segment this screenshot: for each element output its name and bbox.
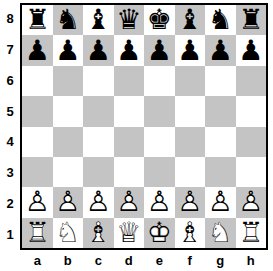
piece-white-pawn[interactable]: ♟♙ (238, 187, 263, 217)
square-b7[interactable]: ♟ (53, 35, 84, 65)
piece-black-king[interactable]: ♚ (147, 5, 172, 35)
square-b8[interactable]: ♞ (53, 5, 84, 35)
square-f8[interactable]: ♝ (175, 5, 206, 35)
file-label-h: h (236, 251, 267, 269)
file-label-a: a (22, 251, 53, 269)
rank-label-4: 4 (0, 127, 20, 158)
piece-white-knight[interactable]: ♞♘ (55, 218, 80, 248)
square-d5[interactable] (114, 96, 145, 126)
file-label-c: c (83, 251, 114, 269)
square-a7[interactable]: ♟ (22, 35, 53, 65)
piece-white-rook[interactable]: ♜♖ (25, 218, 50, 248)
piece-white-queen[interactable]: ♛♕ (116, 218, 141, 248)
piece-white-bishop-outline: ♗ (177, 216, 202, 249)
rank-label-5: 5 (0, 96, 20, 127)
square-f2[interactable]: ♟♙ (175, 187, 206, 217)
piece-white-king-outline: ♔ (147, 216, 172, 249)
square-b2[interactable]: ♟♙ (53, 187, 84, 217)
square-d1[interactable]: ♛♕ (114, 218, 145, 248)
square-f3[interactable] (175, 157, 206, 187)
piece-white-pawn-outline: ♙ (86, 185, 111, 218)
piece-white-bishop[interactable]: ♝♗ (86, 218, 111, 248)
square-f6[interactable] (175, 66, 206, 96)
square-g7[interactable]: ♟ (205, 35, 236, 65)
square-b1[interactable]: ♞♘ (53, 218, 84, 248)
piece-black-rook[interactable]: ♜ (238, 5, 263, 35)
rank-label-1: 1 (0, 219, 20, 250)
piece-white-knight-outline: ♘ (55, 216, 80, 249)
square-h2[interactable]: ♟♙ (236, 187, 267, 217)
piece-white-pawn[interactable]: ♟♙ (25, 187, 50, 217)
square-e6[interactable] (144, 66, 175, 96)
square-f5[interactable] (175, 96, 206, 126)
square-e7[interactable]: ♟ (144, 35, 175, 65)
square-f7[interactable]: ♟ (175, 35, 206, 65)
square-h6[interactable] (236, 66, 267, 96)
piece-white-bishop-outline: ♗ (86, 216, 111, 249)
file-labels: abcdefgh (22, 251, 266, 269)
piece-black-queen[interactable]: ♛ (116, 5, 141, 35)
piece-white-pawn-outline: ♙ (208, 185, 233, 218)
piece-white-pawn-outline: ♙ (147, 185, 172, 218)
square-c6[interactable] (83, 66, 114, 96)
board: ♜♞♝♛♚♝♞♜♟♟♟♟♟♟♟♟♟♙♟♙♟♙♟♙♟♙♟♙♟♙♟♙♜♖♞♘♝♗♛♕… (20, 3, 268, 250)
square-e3[interactable] (144, 157, 175, 187)
square-h3[interactable] (236, 157, 267, 187)
chess-diagram: 87654321 ♜♞♝♛♚♝♞♜♟♟♟♟♟♟♟♟♟♙♟♙♟♙♟♙♟♙♟♙♟♙♟… (0, 0, 273, 271)
file-label-f: f (175, 251, 206, 269)
rank-label-7: 7 (0, 34, 20, 65)
piece-white-pawn[interactable]: ♟♙ (177, 187, 202, 217)
piece-white-bishop[interactable]: ♝♗ (177, 218, 202, 248)
square-b6[interactable] (53, 66, 84, 96)
rank-label-8: 8 (0, 3, 20, 34)
square-e1[interactable]: ♚♔ (144, 218, 175, 248)
piece-black-pawn[interactable]: ♟ (25, 36, 50, 66)
rank-label-3: 3 (0, 157, 20, 188)
file-label-d: d (114, 251, 145, 269)
piece-black-pawn[interactable]: ♟ (116, 36, 141, 66)
square-c5[interactable] (83, 96, 114, 126)
piece-white-queen-outline: ♕ (116, 216, 141, 249)
square-d4[interactable] (114, 127, 145, 157)
piece-white-pawn-outline: ♙ (55, 185, 80, 218)
square-a6[interactable] (22, 66, 53, 96)
file-label-g: g (205, 251, 236, 269)
piece-black-pawn[interactable]: ♟ (86, 36, 111, 66)
square-g1[interactable]: ♞♘ (205, 218, 236, 248)
piece-white-rook-outline: ♖ (25, 216, 50, 249)
square-d8[interactable]: ♛ (114, 5, 145, 35)
rank-label-6: 6 (0, 65, 20, 96)
file-label-e: e (144, 251, 175, 269)
piece-white-pawn[interactable]: ♟♙ (208, 187, 233, 217)
square-b3[interactable] (53, 157, 84, 187)
square-b4[interactable] (53, 127, 84, 157)
piece-white-pawn[interactable]: ♟♙ (86, 187, 111, 217)
square-c1[interactable]: ♝♗ (83, 218, 114, 248)
square-a2[interactable]: ♟♙ (22, 187, 53, 217)
piece-black-knight[interactable]: ♞ (55, 5, 80, 35)
rank-labels: 87654321 (0, 3, 20, 250)
square-e2[interactable]: ♟♙ (144, 187, 175, 217)
square-e4[interactable] (144, 127, 175, 157)
piece-white-pawn[interactable]: ♟♙ (147, 187, 172, 217)
piece-black-pawn[interactable]: ♟ (208, 36, 233, 66)
square-g5[interactable] (205, 96, 236, 126)
square-e8[interactable]: ♚ (144, 5, 175, 35)
piece-black-pawn[interactable]: ♟ (147, 36, 172, 66)
piece-white-knight-outline: ♘ (208, 216, 233, 249)
piece-white-pawn-outline: ♙ (238, 185, 263, 218)
square-c8[interactable]: ♝ (83, 5, 114, 35)
piece-white-knight[interactable]: ♞♘ (208, 218, 233, 248)
piece-black-pawn[interactable]: ♟ (55, 36, 80, 66)
square-h8[interactable]: ♜ (236, 5, 267, 35)
square-g8[interactable]: ♞ (205, 5, 236, 35)
piece-black-bishop[interactable]: ♝ (86, 5, 111, 35)
square-a4[interactable] (22, 127, 53, 157)
piece-white-pawn-outline: ♙ (177, 185, 202, 218)
rank-label-2: 2 (0, 188, 20, 219)
piece-white-rook-outline: ♖ (238, 216, 263, 249)
file-label-b: b (53, 251, 84, 269)
square-e5[interactable] (144, 96, 175, 126)
square-d6[interactable] (114, 66, 145, 96)
piece-black-rook[interactable]: ♜ (25, 5, 50, 35)
square-c4[interactable] (83, 127, 114, 157)
piece-white-pawn-outline: ♙ (25, 185, 50, 218)
square-d7[interactable]: ♟ (114, 35, 145, 65)
square-h5[interactable] (236, 96, 267, 126)
square-h1[interactable]: ♜♖ (236, 218, 267, 248)
square-a8[interactable]: ♜ (22, 5, 53, 35)
piece-white-rook[interactable]: ♜♖ (238, 218, 263, 248)
square-d2[interactable]: ♟♙ (114, 187, 145, 217)
square-h4[interactable] (236, 127, 267, 157)
square-c3[interactable] (83, 157, 114, 187)
piece-black-bishop[interactable]: ♝ (177, 5, 202, 35)
square-d3[interactable] (114, 157, 145, 187)
square-g4[interactable] (205, 127, 236, 157)
square-g2[interactable]: ♟♙ (205, 187, 236, 217)
piece-black-pawn[interactable]: ♟ (238, 36, 263, 66)
piece-white-pawn[interactable]: ♟♙ (55, 187, 80, 217)
square-g6[interactable] (205, 66, 236, 96)
piece-white-pawn[interactable]: ♟♙ (116, 187, 141, 217)
square-b5[interactable] (53, 96, 84, 126)
piece-black-pawn[interactable]: ♟ (177, 36, 202, 66)
square-a1[interactable]: ♜♖ (22, 218, 53, 248)
square-c2[interactable]: ♟♙ (83, 187, 114, 217)
square-f4[interactable] (175, 127, 206, 157)
square-a5[interactable] (22, 96, 53, 126)
square-c7[interactable]: ♟ (83, 35, 114, 65)
square-g3[interactable] (205, 157, 236, 187)
piece-white-king[interactable]: ♚♔ (147, 218, 172, 248)
piece-white-pawn-outline: ♙ (116, 185, 141, 218)
square-f1[interactable]: ♝♗ (175, 218, 206, 248)
square-h7[interactable]: ♟ (236, 35, 267, 65)
piece-black-knight[interactable]: ♞ (208, 5, 233, 35)
square-a3[interactable] (22, 157, 53, 187)
